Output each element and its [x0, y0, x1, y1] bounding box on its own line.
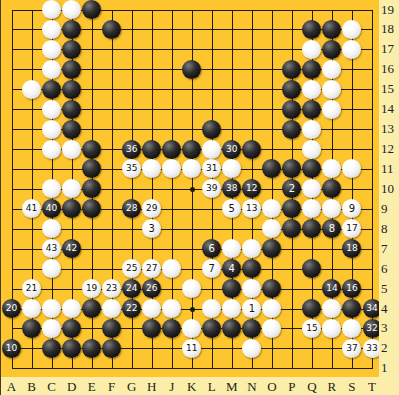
- move-number-label: 40: [46, 199, 57, 218]
- black-stone-Q4: [302, 299, 321, 318]
- black-stone-E10: [82, 179, 101, 198]
- move-number-label: 25: [126, 259, 137, 278]
- row-label-14: 14: [381, 102, 399, 116]
- white-stone-B15: [22, 80, 41, 99]
- black-stone-P11: [282, 159, 301, 178]
- black-stone-P8: [282, 219, 301, 238]
- white-stone-C4: [42, 299, 61, 318]
- move-number-label: 2: [289, 179, 295, 198]
- move-number-label: 15: [306, 319, 317, 338]
- white-stone-M4: [222, 299, 241, 318]
- white-stone-M7: [222, 239, 241, 258]
- row-label-11: 11: [381, 162, 399, 176]
- column-label-C: C: [42, 379, 62, 394]
- white-stone-H4: [142, 299, 161, 318]
- white-stone-J11: [162, 159, 181, 178]
- row-label-3: 3: [381, 321, 399, 335]
- black-stone-E11: [82, 159, 101, 178]
- move-number-label: 23: [106, 279, 117, 298]
- white-stone-N9: 13: [242, 199, 261, 218]
- row-label-9: 9: [381, 202, 399, 216]
- white-stone-R3: [322, 319, 341, 338]
- move-number-label: 33: [366, 339, 377, 358]
- row-label-12: 12: [381, 142, 399, 156]
- black-stone-E19: [82, 0, 101, 19]
- white-stone-S9: 9: [342, 199, 361, 218]
- black-stone-R5: 14: [322, 279, 341, 298]
- move-number-label: 16: [346, 279, 357, 298]
- black-stone-Q14: [302, 100, 321, 119]
- black-stone-D3: [62, 319, 81, 338]
- white-stone-G6: 25: [122, 259, 141, 278]
- white-stone-J4: [162, 299, 181, 318]
- black-stone-S7: 18: [342, 239, 361, 258]
- black-stone-A4: 20: [2, 299, 21, 318]
- row-label-17: 17: [381, 42, 399, 56]
- move-number-label: 43: [46, 239, 57, 258]
- black-stone-H3: [142, 319, 161, 338]
- black-stone-D16: [62, 60, 81, 79]
- black-stone-J12: [162, 140, 181, 159]
- white-stone-C10: [42, 179, 61, 198]
- move-number-label: 32: [366, 319, 377, 338]
- black-stone-H12: [142, 140, 161, 159]
- row-label-6: 6: [381, 262, 399, 276]
- black-stone-Q11: [302, 159, 321, 178]
- black-stone-Q16: [302, 60, 321, 79]
- move-number-label: 9: [349, 199, 355, 218]
- white-stone-B9: 41: [22, 199, 41, 218]
- white-stone-B5: 21: [22, 279, 41, 298]
- column-label-O: O: [262, 379, 282, 394]
- move-number-label: 18: [346, 239, 357, 258]
- black-stone-P13: [282, 120, 301, 139]
- column-label-B: B: [22, 379, 42, 394]
- white-stone-H8: 3: [142, 219, 161, 238]
- column-label-D: D: [62, 379, 82, 394]
- white-stone-D19: [62, 0, 81, 19]
- white-stone-R4: [322, 299, 341, 318]
- black-stone-P9: [282, 199, 301, 218]
- move-number-label: 31: [206, 159, 217, 178]
- white-stone-N4: 1: [242, 299, 261, 318]
- black-stone-L13: [202, 120, 221, 139]
- move-number-label: 36: [126, 140, 137, 159]
- move-number-label: 1: [249, 299, 255, 318]
- white-stone-N7: [242, 239, 261, 258]
- white-stone-C19: [42, 0, 61, 19]
- move-number-label: 24: [126, 279, 137, 298]
- black-stone-E4: [82, 299, 101, 318]
- move-number-label: 19: [86, 279, 97, 298]
- white-stone-R16: [322, 60, 341, 79]
- white-stone-L10: 39: [202, 179, 221, 198]
- black-stone-A2: 10: [2, 339, 21, 358]
- row-label-13: 13: [381, 122, 399, 136]
- white-stone-C12: [42, 140, 61, 159]
- column-label-L: L: [202, 379, 222, 394]
- move-number-label: 35: [126, 159, 137, 178]
- white-stone-D4: [62, 299, 81, 318]
- white-stone-F4: [102, 299, 121, 318]
- black-stone-L3: [202, 319, 221, 338]
- black-stone-S4: [342, 299, 361, 318]
- move-number-label: 21: [26, 279, 37, 298]
- move-number-label: 4: [229, 259, 235, 278]
- black-stone-H5: 26: [142, 279, 161, 298]
- black-stone-D9: [62, 199, 81, 218]
- white-stone-C18: [42, 20, 61, 39]
- black-stone-D17: [62, 40, 81, 59]
- row-label-5: 5: [381, 282, 399, 296]
- white-stone-L11: 31: [202, 159, 221, 178]
- white-stone-M11: [222, 159, 241, 178]
- black-stone-Q6: [302, 259, 321, 278]
- move-number-label: 7: [209, 259, 215, 278]
- column-label-M: M: [222, 379, 242, 394]
- row-label-16: 16: [381, 62, 399, 76]
- black-stone-Q8: [302, 219, 321, 238]
- column-label-E: E: [82, 379, 102, 394]
- white-stone-Q13: [302, 120, 321, 139]
- row-label-15: 15: [381, 82, 399, 96]
- row-label-19: 19: [381, 3, 399, 17]
- black-stone-P15: [282, 80, 301, 99]
- move-number-label: 39: [206, 179, 217, 198]
- black-stone-N12: [242, 140, 261, 159]
- move-number-label: 5: [229, 199, 235, 218]
- white-stone-K3: [182, 319, 201, 338]
- white-stone-O3: [262, 319, 281, 338]
- black-stone-C9: 40: [42, 199, 61, 218]
- white-stone-C17: [42, 40, 61, 59]
- row-label-2: 2: [381, 341, 399, 355]
- white-stone-O4: [262, 299, 281, 318]
- move-number-label: 8: [329, 219, 335, 238]
- row-label-4: 4: [381, 302, 399, 316]
- black-stone-R17: [322, 40, 341, 59]
- black-stone-P14: [282, 100, 301, 119]
- white-stone-C3: [42, 319, 61, 338]
- column-label-F: F: [102, 379, 122, 394]
- white-stone-K2: 11: [182, 339, 201, 358]
- move-number-label: 17: [346, 219, 357, 238]
- black-stone-P16: [282, 60, 301, 79]
- white-stone-F5: 23: [102, 279, 121, 298]
- white-stone-Q17: [302, 40, 321, 59]
- black-stone-M3: [222, 319, 241, 338]
- white-stone-C14: [42, 100, 61, 119]
- column-label-K: K: [182, 379, 202, 394]
- column-label-P: P: [282, 379, 302, 394]
- black-stone-R10: [322, 179, 341, 198]
- star-point-K10: [190, 187, 195, 192]
- move-number-label: 10: [6, 339, 17, 358]
- black-stone-F2: [102, 339, 121, 358]
- column-label-Q: Q: [302, 379, 322, 394]
- row-label-7: 7: [381, 242, 399, 256]
- move-number-label: 28: [126, 199, 137, 218]
- move-number-label: 29: [146, 199, 157, 218]
- black-stone-R8: 8: [322, 219, 341, 238]
- move-number-label: 34: [366, 299, 377, 318]
- black-stone-L7: 6: [202, 239, 221, 258]
- white-stone-S11: [342, 159, 361, 178]
- white-stone-K11: [182, 159, 201, 178]
- move-number-label: 13: [246, 199, 257, 218]
- black-stone-G5: 24: [122, 279, 141, 298]
- black-stone-Q18: [302, 20, 321, 39]
- white-stone-N2: [242, 339, 261, 358]
- move-number-label: 20: [6, 299, 17, 318]
- black-stone-M5: [222, 279, 241, 298]
- white-stone-S3: [342, 319, 361, 338]
- white-stone-L4: [202, 299, 221, 318]
- black-stone-D15: [62, 80, 81, 99]
- black-stone-G12: 36: [122, 140, 141, 159]
- white-stone-C7: 43: [42, 239, 61, 258]
- black-stone-G9: 28: [122, 199, 141, 218]
- black-stone-E9: [82, 199, 101, 218]
- move-number-label: 38: [226, 179, 237, 198]
- white-stone-C8: [42, 219, 61, 238]
- move-number-label: 27: [146, 259, 157, 278]
- white-stone-M9: 5: [222, 199, 241, 218]
- black-stone-F18: [102, 20, 121, 39]
- white-stone-R11: [322, 159, 341, 178]
- star-point-K4: [190, 307, 195, 312]
- black-stone-N3: [242, 319, 261, 338]
- white-stone-S8: 17: [342, 219, 361, 238]
- column-label-N: N: [242, 379, 262, 394]
- white-stone-H11: [142, 159, 161, 178]
- white-stone-Q12: [302, 140, 321, 159]
- row-label-1: 1: [381, 361, 399, 375]
- black-stone-N10: 12: [242, 179, 261, 198]
- white-stone-H9: 29: [142, 199, 161, 218]
- black-stone-K16: [182, 60, 201, 79]
- column-label-H: H: [142, 379, 162, 394]
- black-stone-P10: 2: [282, 179, 301, 198]
- black-stone-S5: 16: [342, 279, 361, 298]
- move-number-label: 30: [226, 140, 237, 159]
- white-stone-S17: [342, 40, 361, 59]
- black-stone-D7: 42: [62, 239, 81, 258]
- move-number-label: 41: [26, 199, 37, 218]
- white-stone-G11: 35: [122, 159, 141, 178]
- white-stone-Q15: [302, 80, 321, 99]
- go-board-diagram: 3630353139381224140282951393817434261825…: [0, 0, 399, 395]
- white-stone-Q3: 15: [302, 319, 321, 338]
- row-label-10: 10: [381, 182, 399, 196]
- white-stone-E5: 19: [82, 279, 101, 298]
- white-stone-R9: [322, 199, 341, 218]
- black-stone-M6: 4: [222, 259, 241, 278]
- row-label-18: 18: [381, 22, 399, 36]
- column-label-T: T: [362, 379, 382, 394]
- white-stone-L12: [202, 140, 221, 159]
- grid-line-horizontal: [12, 368, 374, 369]
- column-label-R: R: [322, 379, 342, 394]
- white-stone-Q10: [302, 179, 321, 198]
- move-number-label: 37: [346, 339, 357, 358]
- column-label-A: A: [2, 379, 22, 394]
- white-stone-K5: [182, 279, 201, 298]
- white-stone-J6: [162, 259, 181, 278]
- white-stone-B4: [22, 299, 41, 318]
- black-stone-D13: [62, 120, 81, 139]
- black-stone-M10: 38: [222, 179, 241, 198]
- black-stone-C15: [42, 80, 61, 99]
- move-number-label: 42: [66, 239, 77, 258]
- white-stone-S2: 37: [342, 339, 361, 358]
- column-label-G: G: [122, 379, 142, 394]
- white-stone-S18: [342, 20, 361, 39]
- black-stone-O5: [262, 279, 281, 298]
- move-number-label: 14: [326, 279, 337, 298]
- black-stone-C2: [42, 339, 61, 358]
- black-stone-B3: [22, 319, 41, 338]
- white-stone-C6: [42, 259, 61, 278]
- white-stone-O8: [262, 219, 281, 238]
- white-stone-R14: [322, 100, 341, 119]
- black-stone-E12: [82, 140, 101, 159]
- black-stone-O7: [262, 239, 281, 258]
- column-label-J: J: [162, 379, 182, 394]
- black-stone-N6: [242, 259, 261, 278]
- white-stone-H6: 27: [142, 259, 161, 278]
- black-stone-M12: 30: [222, 140, 241, 159]
- move-number-label: 3: [149, 219, 155, 238]
- move-number-label: 26: [146, 279, 157, 298]
- white-stone-R15: [322, 80, 341, 99]
- black-stone-G4: 22: [122, 299, 141, 318]
- white-stone-C13: [42, 120, 61, 139]
- white-stone-D10: [62, 179, 81, 198]
- white-stone-Q9: [302, 199, 321, 218]
- black-stone-F3: [102, 319, 121, 338]
- black-stone-O11: [262, 159, 281, 178]
- move-number-label: 12: [246, 179, 257, 198]
- move-number-label: 22: [126, 299, 137, 318]
- black-stone-D2: [62, 339, 81, 358]
- black-stone-J3: [162, 319, 181, 338]
- black-stone-E2: [82, 339, 101, 358]
- black-stone-R18: [322, 20, 341, 39]
- white-stone-O9: [262, 199, 281, 218]
- white-stone-C16: [42, 60, 61, 79]
- black-stone-K12: [182, 140, 201, 159]
- move-number-label: 11: [186, 339, 197, 358]
- move-number-label: 6: [209, 239, 215, 258]
- column-label-S: S: [342, 379, 362, 394]
- black-stone-D14: [62, 100, 81, 119]
- white-stone-D12: [62, 140, 81, 159]
- white-stone-L6: 7: [202, 259, 221, 278]
- black-stone-D18: [62, 20, 81, 39]
- white-stone-N5: [242, 279, 261, 298]
- row-label-8: 8: [381, 222, 399, 236]
